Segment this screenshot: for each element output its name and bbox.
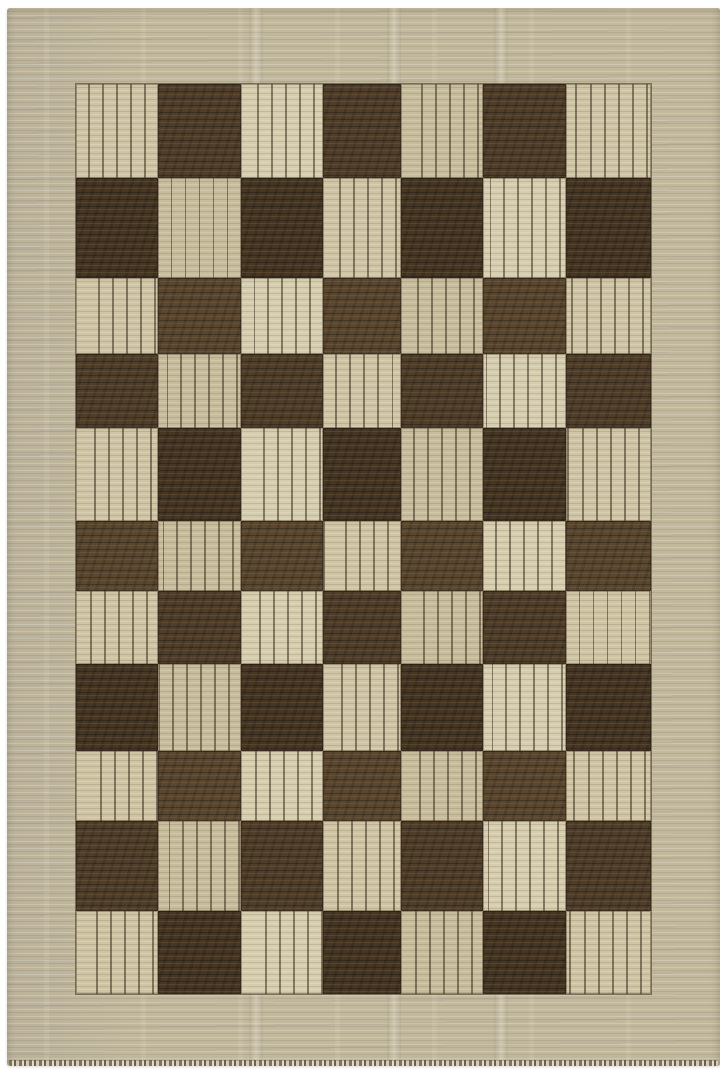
board-cell	[241, 521, 323, 591]
board-cell	[158, 591, 241, 664]
board-cell	[401, 521, 483, 591]
board-cell	[158, 178, 241, 278]
board-cell	[401, 278, 483, 354]
board-cell	[483, 521, 566, 591]
board-cell	[76, 521, 158, 591]
board-cell	[401, 821, 483, 911]
board-cell	[241, 278, 323, 354]
fringe-selvage	[9, 1060, 718, 1066]
checkerboard	[75, 83, 652, 995]
board-cell	[241, 664, 323, 751]
board-cell	[323, 428, 401, 521]
board-cell	[76, 278, 158, 354]
board-cell	[401, 178, 483, 278]
board-cell	[76, 591, 158, 664]
board-cell	[76, 354, 158, 428]
board-cell	[401, 84, 483, 178]
board-cell	[323, 821, 401, 911]
board-cell	[483, 278, 566, 354]
board-cell	[76, 664, 158, 751]
board-cell	[158, 278, 241, 354]
board-cell	[401, 751, 483, 821]
board-cell	[566, 664, 651, 751]
board-cell	[483, 664, 566, 751]
board-cell	[401, 591, 483, 664]
board-cell	[241, 354, 323, 428]
board-cell	[158, 354, 241, 428]
board-cell	[323, 591, 401, 664]
board-cell	[566, 521, 651, 591]
board-cell	[483, 821, 566, 911]
board-cell	[241, 821, 323, 911]
board-cell	[483, 911, 566, 994]
board-cell	[241, 911, 323, 994]
board-cell	[566, 751, 651, 821]
board-cell	[158, 664, 241, 751]
board-cell	[241, 751, 323, 821]
board-cell	[483, 84, 566, 178]
board-cell	[76, 428, 158, 521]
board-cell	[241, 591, 323, 664]
board-cell	[76, 751, 158, 821]
board-cell	[483, 428, 566, 521]
board-cell	[323, 178, 401, 278]
board-cell	[241, 428, 323, 521]
board-cell	[566, 821, 651, 911]
rug	[7, 8, 720, 1066]
board-cell	[566, 84, 651, 178]
board-cell	[158, 911, 241, 994]
board-cell	[323, 911, 401, 994]
board-cell	[241, 84, 323, 178]
board-cell	[483, 354, 566, 428]
board-cell	[483, 591, 566, 664]
board-cell	[566, 278, 651, 354]
board-cell	[241, 178, 323, 278]
board-cell	[158, 751, 241, 821]
board-cell	[76, 84, 158, 178]
board-cell	[158, 521, 241, 591]
board-cell	[566, 911, 651, 994]
board-cell	[158, 428, 241, 521]
board-cell	[323, 521, 401, 591]
board-cell	[401, 911, 483, 994]
board-cell	[76, 178, 158, 278]
board-cell	[323, 84, 401, 178]
board-cell	[483, 751, 566, 821]
board-cell	[76, 821, 158, 911]
board-cell	[323, 354, 401, 428]
board-cell	[566, 428, 651, 521]
board-cell	[323, 664, 401, 751]
board-cell	[401, 354, 483, 428]
board-cell	[76, 911, 158, 994]
board-cell	[158, 821, 241, 911]
board-cell	[401, 428, 483, 521]
board-cell	[158, 84, 241, 178]
board-cell	[323, 751, 401, 821]
board-cell	[566, 178, 651, 278]
board-cell	[401, 664, 483, 751]
board-cell	[483, 178, 566, 278]
board-cell	[566, 591, 651, 664]
board-cell	[566, 354, 651, 428]
board-cell	[323, 278, 401, 354]
